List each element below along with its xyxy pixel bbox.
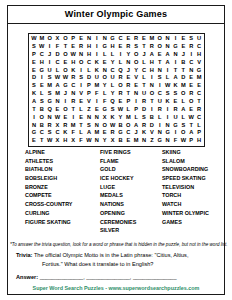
grid-cell: E	[172, 98, 180, 106]
grid-cell: N	[156, 129, 164, 137]
grid-cell: O	[187, 98, 195, 106]
grid-cell: N	[156, 66, 164, 74]
grid-cell: A	[172, 74, 180, 82]
grid-cell: S	[77, 74, 85, 82]
grid-cell: L	[117, 59, 125, 67]
grid-cell: I	[46, 59, 54, 67]
grid-cell: E	[77, 35, 85, 43]
grid-cell: N	[101, 35, 109, 43]
grid-cell: I	[38, 74, 46, 82]
grid-cell: F	[77, 137, 85, 145]
word-list-item: ATHLETES	[25, 157, 72, 166]
grid-cell: S	[109, 106, 117, 114]
grid-cell: H	[148, 66, 156, 74]
grid-cell: I	[46, 43, 54, 51]
grid-cell: E	[124, 74, 132, 82]
grid-cell: W	[164, 82, 172, 90]
grid-cell: L	[77, 129, 85, 137]
grid-cell: B	[179, 59, 187, 67]
grid-cell: C	[156, 90, 164, 98]
grid-cell: O	[179, 129, 187, 137]
grid-cell: P	[85, 82, 93, 90]
grid-cell: O	[124, 121, 132, 129]
grid-cell: R	[77, 43, 85, 51]
grid-cell: F	[93, 90, 101, 98]
grid-cell: R	[140, 121, 148, 129]
grid-cell: G	[164, 129, 172, 137]
grid-cell: N	[124, 59, 132, 67]
grid-cell: E	[195, 82, 203, 90]
grid-cell: U	[109, 74, 117, 82]
grid-cell: R	[156, 106, 164, 114]
word-list-item: FIVE RINGS	[100, 148, 136, 157]
grid-cell: S	[85, 121, 93, 129]
grid-cell: N	[30, 121, 38, 129]
grid-cell: X	[54, 35, 62, 43]
grid-cell: W	[187, 114, 195, 122]
grid-cell: E	[187, 74, 195, 82]
grid-cell: T	[69, 106, 77, 114]
grid-cell: V	[77, 90, 85, 98]
grid-cell: I	[172, 35, 180, 43]
grid-cell: R	[132, 35, 140, 43]
grid-cell: I	[156, 121, 164, 129]
grid-cell: S	[172, 90, 180, 98]
grid-cell: C	[195, 43, 203, 51]
grid-cell: H	[61, 137, 69, 145]
grid-cell: Y	[117, 114, 125, 122]
grid-cell: H	[85, 43, 93, 51]
word-list-item: ICE HOCKEY	[100, 174, 136, 183]
grid-cell: N	[164, 35, 172, 43]
grid-cell: O	[46, 35, 54, 43]
grid-cell: J	[124, 66, 132, 74]
grid-cell: O	[61, 106, 69, 114]
grid-cell: E	[156, 51, 164, 59]
grid-cell: E	[77, 98, 85, 106]
grid-cell: X	[54, 137, 62, 145]
grid-cell: W	[69, 51, 77, 59]
grid-cell: H	[85, 51, 93, 59]
grid-cell: G	[109, 35, 117, 43]
grid-cell: K	[61, 129, 69, 137]
trivia-label: Trivia:	[16, 252, 32, 258]
grid-cell: Q	[46, 106, 54, 114]
grid-cell: X	[69, 137, 77, 145]
grid-cell: N	[164, 121, 172, 129]
grid-cell: T	[156, 59, 164, 67]
word-list-item: CEREMONIES	[100, 218, 136, 227]
grid-cell: E	[30, 66, 38, 74]
grid-cell: Z	[85, 106, 93, 114]
grid-cell: H	[38, 59, 46, 67]
title-rule	[8, 23, 224, 24]
grid-cell: C	[117, 35, 125, 43]
grid-cell: P	[124, 98, 132, 106]
grid-cell: G	[156, 137, 164, 145]
grid-cell: R	[117, 90, 125, 98]
grid-cell: N	[54, 98, 62, 106]
grid-cell: S	[46, 129, 54, 137]
grid-cell: B	[148, 114, 156, 122]
grid-cell: I	[164, 66, 172, 74]
grid-cell: S	[179, 121, 187, 129]
grid-cell: L	[179, 98, 187, 106]
grid-cell: E	[38, 82, 46, 90]
grid-cell: I	[148, 74, 156, 82]
word-list-item: SNOWBOARDING	[162, 165, 209, 174]
grid-cell: M	[132, 137, 140, 145]
grid-cell: E	[117, 98, 125, 106]
word-list-item: TORCH	[162, 191, 209, 200]
grid-cell: E	[30, 137, 38, 145]
grid-cell: W	[117, 106, 125, 114]
grid-cell: T	[124, 90, 132, 98]
grid-cell: X	[109, 137, 117, 145]
word-list-item: ALPINE	[25, 148, 72, 157]
word-list-item: GAMES	[162, 218, 209, 227]
grid-cell: I	[117, 51, 125, 59]
grid-cell: I	[30, 114, 38, 122]
grid-cell: X	[54, 121, 62, 129]
grid-cell: P	[69, 35, 77, 43]
grid-cell: L	[156, 114, 164, 122]
word-list-item: WINTER OLYMPIC	[162, 209, 209, 218]
grid-cell: F	[172, 137, 180, 145]
grid-cell: V	[195, 59, 203, 67]
grid-cell: U	[172, 114, 180, 122]
grid-cell: C	[124, 129, 132, 137]
grid-cell: S	[38, 98, 46, 106]
word-list-item: NATIONS	[100, 200, 136, 209]
grid-cell: I	[93, 43, 101, 51]
grid-cell: N	[164, 43, 172, 51]
grid-cell: Y	[124, 51, 132, 59]
grid-cell: G	[30, 129, 38, 137]
grid-cell: E	[124, 137, 132, 145]
word-list-item: GOLD	[100, 165, 136, 174]
grid-cell: G	[117, 129, 125, 137]
grid-cell: F	[54, 43, 62, 51]
word-list-item: CURLING	[25, 209, 72, 218]
word-list-column-1: ALPINEATHLETESBIATHLONBOBSLEIGHBRONZECOM…	[25, 148, 72, 226]
grid-cell: W	[38, 43, 46, 51]
grid-cell: E	[54, 106, 62, 114]
word-list-item: FLAME	[100, 157, 136, 166]
grid-cell: T	[38, 137, 46, 145]
grid-cell: A	[148, 51, 156, 59]
grid-cell: K	[109, 114, 117, 122]
grid-cell: O	[156, 35, 164, 43]
grid-cell: B	[117, 137, 125, 145]
grid-cell: D	[148, 121, 156, 129]
trivia-line-2: Fortius." What does it translate to in E…	[42, 261, 222, 267]
grid-cell: O	[38, 114, 46, 122]
grid-cell: N	[172, 51, 180, 59]
grid-cell: R	[195, 106, 203, 114]
answer-line: Answer: ______________, ______________, …	[16, 274, 221, 280]
word-list-item: WATCH	[162, 200, 209, 209]
grid-cell: O	[132, 59, 140, 67]
grid-cell: O	[101, 121, 109, 129]
grid-cell: L	[109, 82, 117, 90]
word-list-item: FIGURE SKATING	[25, 218, 72, 227]
grid-cell: I	[172, 59, 180, 67]
footer-text: Super Word Search Puzzles - www.superwor…	[8, 285, 224, 291]
grid-cell: K	[140, 129, 148, 137]
grid-cell: I	[132, 98, 140, 106]
grid-cell: R	[69, 98, 77, 106]
grid-cell: K	[30, 90, 38, 98]
grid-cell: G	[101, 43, 109, 51]
word-list-item: SPEED SKATING	[162, 174, 209, 183]
grid-cell: G	[46, 98, 54, 106]
grid-cell: S	[132, 43, 140, 51]
grid-cell: Y	[101, 82, 109, 90]
grid-cell: Z	[148, 137, 156, 145]
grid-cell: E	[117, 43, 125, 51]
grid-cell: D	[140, 106, 148, 114]
grid-cell: H	[109, 43, 117, 51]
trivia-text-1: The official Olympic Motto is in the Lat…	[34, 252, 189, 258]
grid-cell: L	[38, 90, 46, 98]
grid-cell: T	[140, 43, 148, 51]
grid-cell: G	[172, 43, 180, 51]
word-list-item: MEDALS	[100, 191, 136, 200]
grid-cell: R	[69, 74, 77, 82]
word-list-item: COMPETE	[25, 191, 72, 200]
grid-cell: G	[195, 66, 203, 74]
grid-cell: C	[69, 82, 77, 90]
grid-cell: E	[61, 114, 69, 122]
grid-cell: O	[148, 90, 156, 98]
grid-cell: S	[46, 74, 54, 82]
grid-cell: N	[93, 114, 101, 122]
grid-cell: B	[38, 106, 46, 114]
grid-cell: U	[93, 74, 101, 82]
grid-cell: H	[69, 59, 77, 67]
grid-cell: M	[93, 129, 101, 137]
grid-cell: Y	[132, 66, 140, 74]
grid-cell: N	[164, 137, 172, 145]
grid-cell: T	[187, 121, 195, 129]
word-list-item: BRONZE	[25, 183, 72, 192]
grid-cell: Y	[109, 59, 117, 67]
grid-cell: K	[93, 66, 101, 74]
word-list-item: CROSS-COUNTRY	[25, 200, 72, 209]
trivia-line-1: Trivia: The official Olympic Motto is in…	[16, 252, 221, 258]
grid-cell: I	[93, 98, 101, 106]
grid-cell: B	[38, 121, 46, 129]
grid-cell: P	[30, 51, 38, 59]
grid-cell: V	[85, 98, 93, 106]
grid-cell: L	[54, 66, 62, 74]
grid-cell: J	[46, 51, 54, 59]
grid-cell: I	[93, 51, 101, 59]
grid-cell: S	[156, 74, 164, 82]
grid-cell: R	[117, 74, 125, 82]
grid-cell: C	[85, 59, 93, 67]
grid-cell: E	[101, 59, 109, 67]
word-list-column-2: FIVE RINGSFLAMEGOLDICE HOCKEYLUGEMEDALSN…	[100, 148, 136, 235]
grid-cell: I	[187, 51, 195, 59]
grid-cell: R	[46, 121, 54, 129]
grid-cell: B	[117, 121, 125, 129]
grid-cell: S	[164, 90, 172, 98]
grid-cell: C	[187, 59, 195, 67]
grid-cell: G	[172, 121, 180, 129]
grid-cell: O	[61, 35, 69, 43]
grid-cell: M	[179, 82, 187, 90]
grid-cell: R	[187, 43, 195, 51]
grid-cell: O	[156, 43, 164, 51]
grid-cell: Y	[101, 137, 109, 145]
word-search-grid: WMOXOPENINGCEREMONIESUSWIFTERHIGHERSTRON…	[28, 33, 205, 147]
grid-cell: S	[30, 43, 38, 51]
grid-cell: G	[38, 66, 46, 74]
grid-cell: E	[30, 59, 38, 67]
grid-cell: P	[85, 90, 93, 98]
grid-cell: L	[77, 106, 85, 114]
grid-cell: T	[30, 106, 38, 114]
grid-cell: P	[187, 137, 195, 145]
grid-cell: E	[179, 43, 187, 51]
grid-cell: R	[172, 106, 180, 114]
grid-cell: E	[187, 82, 195, 90]
grid-cell: O	[61, 66, 69, 74]
grid-cell: N	[46, 114, 54, 122]
grid-cell: W	[30, 35, 38, 43]
grid-cell: S	[187, 35, 195, 43]
grid-cell: D	[85, 74, 93, 82]
grid-cell: S	[30, 82, 38, 90]
answer-label: Answer:	[16, 274, 38, 280]
grid-cell: W	[61, 74, 69, 82]
grid-cell: I	[164, 114, 172, 122]
grid-cell: P	[195, 129, 203, 137]
grid-cell: N	[140, 137, 148, 145]
word-list-item: SLALOM	[162, 157, 209, 166]
grid-cell: E	[69, 43, 77, 51]
grid-cell: N	[132, 90, 140, 98]
grid-cell: J	[140, 51, 148, 59]
grid-cell: I	[148, 106, 156, 114]
grid-cell: L	[109, 51, 117, 59]
grid-cell: Y	[109, 90, 117, 98]
word-list-item: TELEVISION	[162, 183, 209, 192]
grid-cell: A	[132, 121, 140, 129]
grid-cell: U	[46, 66, 54, 74]
grid-cell: T	[140, 82, 148, 90]
grid-cell: A	[164, 51, 172, 59]
grid-cell: M	[46, 82, 54, 90]
grid-cell: W	[54, 74, 62, 82]
grid-cell: T	[179, 66, 187, 74]
grid-cell: H	[148, 59, 156, 67]
grid-cell: R	[124, 43, 132, 51]
grid-cell: M	[195, 74, 203, 82]
grid-cell: R	[148, 43, 156, 51]
page-title: Winter Olympic Games	[8, 9, 224, 19]
grid-cell: L	[124, 106, 132, 114]
grid-cell: N	[85, 114, 93, 122]
word-list-item: LUGE	[100, 183, 136, 192]
grid-cell: T	[172, 66, 180, 74]
grid-cell: A	[187, 129, 195, 137]
answer-blank: ______________, ______________, ________…	[40, 274, 177, 280]
grid-cell: O	[117, 82, 125, 90]
word-list-item: BIATHLON	[25, 165, 72, 174]
grid-cell: L	[101, 51, 109, 59]
grid-cell: O	[61, 51, 69, 59]
word-list-column-3: SKIINGSLALOMSNOWBOARDINGSPEED SKATINGTEL…	[162, 148, 209, 226]
grid-cell: V	[132, 74, 140, 82]
grid-cell: J	[61, 90, 69, 98]
grid-cell: D	[54, 51, 62, 59]
grid-cell: E	[187, 106, 195, 114]
grid-cell: C	[140, 66, 148, 74]
grid-cell: S	[46, 90, 54, 98]
grid-cell: W	[46, 137, 54, 145]
grid-cell: E	[101, 129, 109, 137]
grid-cell: H	[195, 51, 203, 59]
grid-cell: E	[179, 35, 187, 43]
grid-cell: L	[132, 114, 140, 122]
grid-cell: L	[164, 74, 172, 82]
grid-cell: R	[109, 129, 117, 137]
grid-cell: C	[54, 59, 62, 67]
grid-cell: C	[38, 129, 46, 137]
grid-cell: M	[93, 82, 101, 90]
grid-cell: F	[69, 129, 77, 137]
grid-cell: W	[85, 137, 93, 145]
grid-cell: C	[109, 66, 117, 74]
grid-cell: K	[93, 59, 101, 67]
grid-cell: J	[132, 129, 140, 137]
grid-cell: Q	[109, 98, 117, 106]
grid-cell: T	[195, 98, 203, 106]
grid-cell: E	[132, 82, 140, 90]
grid-cell: M	[69, 121, 77, 129]
grid-cell: A	[54, 82, 62, 90]
grid-cell: E	[93, 106, 101, 114]
grid-cell: N	[148, 82, 156, 90]
grid-cell: A	[30, 98, 38, 106]
grid-cell: D	[179, 74, 187, 82]
grid-cell: T	[61, 43, 69, 51]
grid-cell: M	[148, 35, 156, 43]
grid-cell: I	[77, 82, 85, 90]
grid-cell: E	[124, 35, 132, 43]
grid-cell: R	[124, 82, 132, 90]
grid-cell: M	[124, 114, 132, 122]
grid-cell: I	[164, 106, 172, 114]
grid-cell: N	[101, 66, 109, 74]
grid-cell: T	[148, 98, 156, 106]
hidden-word-note: *To answer the trivia question, look for…	[10, 242, 222, 247]
grid-cell: G	[101, 106, 109, 114]
grid-cell: A	[179, 106, 187, 114]
grid-cell: T	[77, 121, 85, 129]
grid-cell: F	[101, 98, 109, 106]
grid-cell: N	[85, 35, 93, 43]
word-list-item: SILVER	[100, 226, 136, 235]
grid-cell: O	[179, 90, 187, 98]
grid-cell: I	[172, 129, 180, 137]
grid-cell: U	[195, 35, 203, 43]
grid-cell: H	[195, 137, 203, 145]
grid-cell: L	[101, 90, 109, 98]
